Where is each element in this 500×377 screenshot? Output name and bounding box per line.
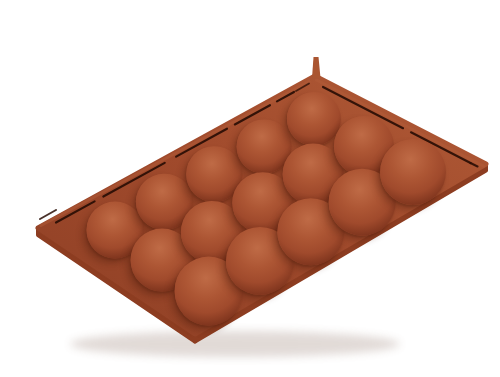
drop-shadow [70,331,400,357]
cavity-dome-r1c5 [287,92,341,146]
cavity-dome-r3c5 [380,139,446,205]
product-photo [0,0,500,377]
corner-nub-tab [312,57,321,78]
